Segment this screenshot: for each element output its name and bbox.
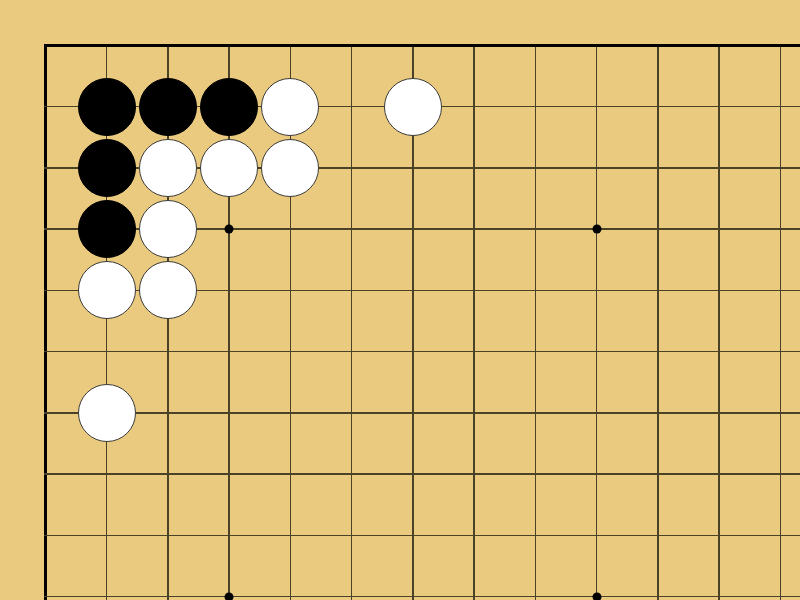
stone-white[interactable]: [139, 261, 197, 319]
stone-white[interactable]: [78, 384, 136, 442]
stone-black[interactable]: [78, 78, 136, 136]
stone-black[interactable]: [78, 200, 136, 258]
stone-white[interactable]: [384, 78, 442, 136]
stone-black[interactable]: [78, 139, 136, 197]
stone-black[interactable]: [200, 78, 258, 136]
stone-white[interactable]: [139, 139, 197, 197]
go-board[interactable]: [0, 0, 800, 600]
board-stones: [15, 15, 800, 600]
stone-white[interactable]: [139, 200, 197, 258]
stone-white[interactable]: [200, 139, 258, 197]
stone-white[interactable]: [78, 261, 136, 319]
stone-white[interactable]: [261, 78, 319, 136]
go-board-screenshot: [0, 0, 800, 600]
stone-black[interactable]: [139, 78, 197, 136]
stone-white[interactable]: [261, 139, 319, 197]
